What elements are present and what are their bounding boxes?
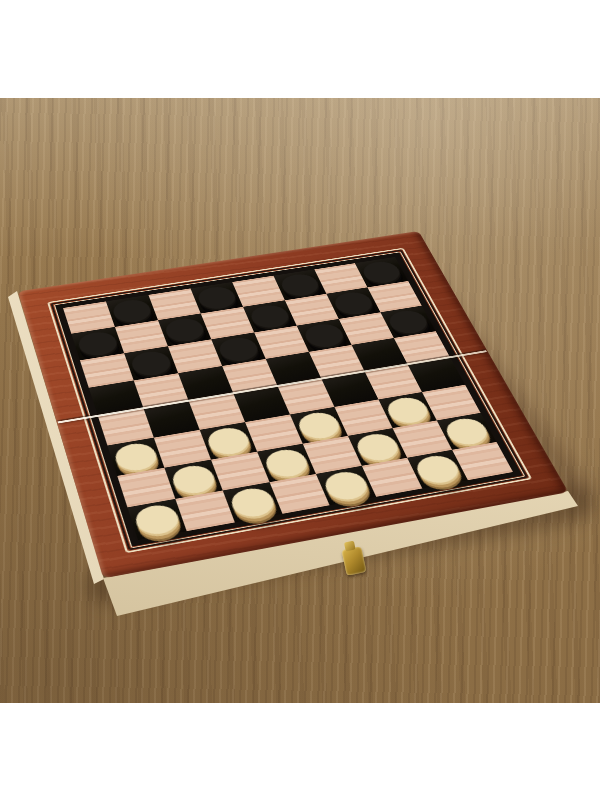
board-grid: ●●●●●●●●●●●●●●●●●●●●●●●●: [63, 257, 513, 540]
top-white-band: [0, 0, 600, 98]
photo-table-scene: ●●●●●●●●●●●●●●●●●●●●●●●●: [0, 98, 600, 703]
bottom-white-band: [0, 703, 600, 800]
